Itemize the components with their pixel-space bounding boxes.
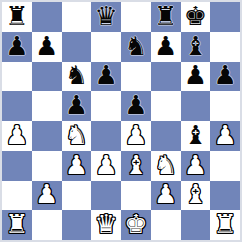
square-e7[interactable]: ♞ bbox=[121, 32, 151, 62]
square-h4[interactable]: ♟ bbox=[210, 121, 240, 151]
black-bishop[interactable]: ♝ bbox=[184, 122, 207, 148]
square-g3[interactable]: ♟ bbox=[181, 151, 211, 181]
square-a7[interactable]: ♟ bbox=[2, 32, 32, 62]
square-d5[interactable] bbox=[91, 91, 121, 121]
square-c7[interactable] bbox=[62, 32, 92, 62]
square-a1[interactable]: ♜ bbox=[2, 210, 32, 240]
white-knight[interactable]: ♞ bbox=[154, 152, 177, 178]
square-f8[interactable]: ♜ bbox=[151, 2, 181, 32]
square-h8[interactable] bbox=[210, 2, 240, 32]
black-pawn[interactable]: ♟ bbox=[213, 62, 236, 88]
square-a5[interactable] bbox=[2, 91, 32, 121]
square-f6[interactable] bbox=[151, 62, 181, 92]
square-f4[interactable] bbox=[151, 121, 181, 151]
square-b3[interactable] bbox=[32, 151, 62, 181]
square-a8[interactable]: ♜ bbox=[2, 2, 32, 32]
black-king[interactable]: ♚ bbox=[184, 3, 207, 29]
white-king[interactable]: ♚ bbox=[124, 211, 147, 237]
square-f7[interactable]: ♟ bbox=[151, 32, 181, 62]
square-g6[interactable]: ♟ bbox=[181, 62, 211, 92]
white-pawn[interactable]: ♟ bbox=[65, 152, 88, 178]
square-a6[interactable] bbox=[2, 62, 32, 92]
black-pawn[interactable]: ♟ bbox=[5, 33, 28, 59]
square-g4[interactable]: ♝ bbox=[181, 121, 211, 151]
square-c8[interactable] bbox=[62, 2, 92, 32]
white-pawn[interactable]: ♟ bbox=[5, 122, 28, 148]
black-pawn[interactable]: ♟ bbox=[184, 62, 207, 88]
white-knight[interactable]: ♞ bbox=[65, 122, 88, 148]
square-d3[interactable]: ♟ bbox=[91, 151, 121, 181]
square-e4[interactable]: ♟ bbox=[121, 121, 151, 151]
square-f2[interactable]: ♟ bbox=[151, 181, 181, 211]
square-h6[interactable]: ♟ bbox=[210, 62, 240, 92]
square-c5[interactable]: ♟ bbox=[62, 91, 92, 121]
square-b2[interactable]: ♟ bbox=[32, 181, 62, 211]
white-bishop[interactable]: ♝ bbox=[184, 181, 207, 207]
square-d1[interactable]: ♛ bbox=[91, 210, 121, 240]
square-c4[interactable]: ♞ bbox=[62, 121, 92, 151]
square-b7[interactable]: ♟ bbox=[32, 32, 62, 62]
square-d6[interactable]: ♟ bbox=[91, 62, 121, 92]
square-f5[interactable] bbox=[151, 91, 181, 121]
white-pawn[interactable]: ♟ bbox=[124, 122, 147, 148]
black-pawn[interactable]: ♟ bbox=[94, 62, 117, 88]
square-c2[interactable] bbox=[62, 181, 92, 211]
square-b1[interactable] bbox=[32, 210, 62, 240]
square-g7[interactable]: ♝ bbox=[181, 32, 211, 62]
square-f1[interactable] bbox=[151, 210, 181, 240]
white-rook[interactable]: ♜ bbox=[213, 211, 236, 237]
square-h1[interactable]: ♜ bbox=[210, 210, 240, 240]
white-rook[interactable]: ♜ bbox=[5, 211, 28, 237]
square-b8[interactable] bbox=[32, 2, 62, 32]
square-d2[interactable] bbox=[91, 181, 121, 211]
square-g2[interactable]: ♝ bbox=[181, 181, 211, 211]
square-h3[interactable] bbox=[210, 151, 240, 181]
black-rook[interactable]: ♜ bbox=[154, 3, 177, 29]
square-e5[interactable]: ♟ bbox=[121, 91, 151, 121]
black-rook[interactable]: ♜ bbox=[5, 3, 28, 29]
square-a2[interactable] bbox=[2, 181, 32, 211]
black-queen[interactable]: ♛ bbox=[94, 3, 117, 29]
square-g5[interactable] bbox=[181, 91, 211, 121]
black-knight[interactable]: ♞ bbox=[124, 33, 147, 59]
black-pawn[interactable]: ♟ bbox=[65, 92, 88, 118]
square-c3[interactable]: ♟ bbox=[62, 151, 92, 181]
square-b5[interactable] bbox=[32, 91, 62, 121]
square-d7[interactable] bbox=[91, 32, 121, 62]
black-pawn[interactable]: ♟ bbox=[124, 92, 147, 118]
square-a3[interactable] bbox=[2, 151, 32, 181]
square-d4[interactable] bbox=[91, 121, 121, 151]
square-b6[interactable] bbox=[32, 62, 62, 92]
square-e2[interactable] bbox=[121, 181, 151, 211]
chess-board: ♜♛♜♚♟♟♞♟♝♞♟♟♟♟♟♟♞♟♝♟♟♟♝♞♟♟♟♝♜♛♚♜ bbox=[2, 2, 240, 240]
square-g1[interactable] bbox=[181, 210, 211, 240]
white-queen[interactable]: ♛ bbox=[94, 211, 117, 237]
square-h5[interactable] bbox=[210, 91, 240, 121]
square-c1[interactable] bbox=[62, 210, 92, 240]
white-bishop[interactable]: ♝ bbox=[124, 152, 147, 178]
white-pawn[interactable]: ♟ bbox=[154, 181, 177, 207]
square-h7[interactable] bbox=[210, 32, 240, 62]
square-a4[interactable]: ♟ bbox=[2, 121, 32, 151]
square-e6[interactable] bbox=[121, 62, 151, 92]
black-pawn[interactable]: ♟ bbox=[154, 33, 177, 59]
chess-board-frame: ♜♛♜♚♟♟♞♟♝♞♟♟♟♟♟♟♞♟♝♟♟♟♝♞♟♟♟♝♜♛♚♜ bbox=[0, 0, 242, 242]
square-d8[interactable]: ♛ bbox=[91, 2, 121, 32]
square-h2[interactable] bbox=[210, 181, 240, 211]
square-e3[interactable]: ♝ bbox=[121, 151, 151, 181]
black-pawn[interactable]: ♟ bbox=[35, 33, 58, 59]
white-pawn[interactable]: ♟ bbox=[35, 181, 58, 207]
black-knight[interactable]: ♞ bbox=[65, 62, 88, 88]
square-e1[interactable]: ♚ bbox=[121, 210, 151, 240]
black-bishop[interactable]: ♝ bbox=[184, 33, 207, 59]
white-pawn[interactable]: ♟ bbox=[94, 152, 117, 178]
square-b4[interactable] bbox=[32, 121, 62, 151]
square-e8[interactable] bbox=[121, 2, 151, 32]
square-g8[interactable]: ♚ bbox=[181, 2, 211, 32]
white-pawn[interactable]: ♟ bbox=[184, 152, 207, 178]
square-c6[interactable]: ♞ bbox=[62, 62, 92, 92]
white-pawn[interactable]: ♟ bbox=[213, 122, 236, 148]
square-f3[interactable]: ♞ bbox=[151, 151, 181, 181]
